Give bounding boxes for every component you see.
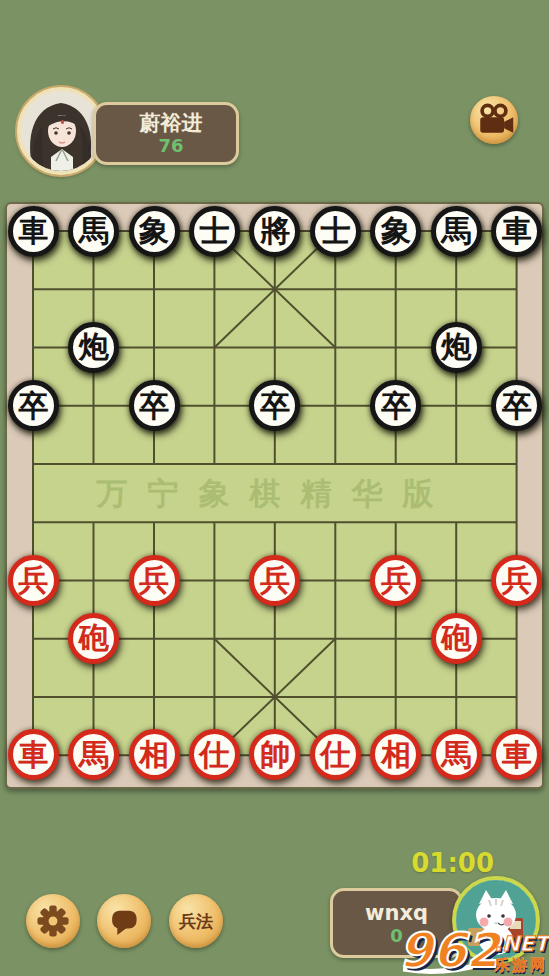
piece-red-c2r10[interactable]: 馬	[68, 729, 119, 780]
move-timer: 01:00	[411, 848, 494, 878]
opponent-avatar[interactable]	[17, 87, 105, 175]
piece-black-c4r1[interactable]: 士	[189, 206, 240, 257]
piece-black-c2r1[interactable]: 馬	[68, 206, 119, 257]
piece-black-c2r3[interactable]: 炮	[68, 322, 119, 373]
piece-black-c9r1[interactable]: 車	[491, 206, 542, 257]
piece-red-c3r10[interactable]: 相	[129, 729, 180, 780]
piece-red-c8r8[interactable]: 砲	[431, 613, 482, 664]
video-camera-icon	[472, 98, 516, 142]
chat-button[interactable]	[97, 894, 151, 948]
piece-red-c2r8[interactable]: 砲	[68, 613, 119, 664]
board-grid[interactable]: 車馬象士將士象馬車炮炮卒卒卒卒卒兵兵兵兵兵砲砲車馬相仕帥仕相馬車	[3, 202, 547, 784]
piece-red-c1r7[interactable]: 兵	[8, 555, 59, 606]
opponent-score: 76	[158, 136, 183, 156]
tactics-label: 兵法	[179, 910, 213, 933]
piece-red-c6r10[interactable]: 仕	[310, 729, 361, 780]
piece-black-c3r1[interactable]: 象	[129, 206, 180, 257]
piece-black-c8r3[interactable]: 炮	[431, 322, 482, 373]
video-button[interactable]	[470, 96, 518, 144]
opponent-plate: 蔚裕进 76	[93, 102, 239, 165]
game-screen: 蔚裕进 76	[0, 0, 549, 976]
tactics-button[interactable]: 兵法	[169, 894, 223, 948]
piece-black-c9r4[interactable]: 卒	[491, 380, 542, 431]
opponent-name: 蔚裕进	[140, 111, 203, 136]
logo-site-name: 乐游网	[494, 956, 548, 975]
piece-black-c7r4[interactable]: 卒	[370, 380, 421, 431]
site-watermark-logo: 962 .NET 乐游网	[397, 918, 549, 976]
piece-red-c3r7[interactable]: 兵	[129, 555, 180, 606]
piece-red-c9r10[interactable]: 車	[491, 729, 542, 780]
gear-icon	[33, 901, 73, 941]
logo-number: 962	[399, 926, 499, 974]
piece-black-c5r1[interactable]: 將	[249, 206, 300, 257]
piece-red-c7r10[interactable]: 相	[370, 729, 421, 780]
logo-net: .NET	[494, 932, 548, 956]
piece-black-c6r1[interactable]: 士	[310, 206, 361, 257]
piece-red-c9r7[interactable]: 兵	[491, 555, 542, 606]
piece-black-c8r1[interactable]: 馬	[431, 206, 482, 257]
settings-button[interactable]	[26, 894, 80, 948]
chat-bubble-icon	[104, 901, 144, 941]
piece-red-c7r7[interactable]: 兵	[370, 555, 421, 606]
piece-red-c1r10[interactable]: 車	[8, 729, 59, 780]
piece-red-c5r10[interactable]: 帥	[249, 729, 300, 780]
piece-black-c1r1[interactable]: 車	[8, 206, 59, 257]
piece-red-c5r7[interactable]: 兵	[249, 555, 300, 606]
piece-red-c4r10[interactable]: 仕	[189, 729, 240, 780]
piece-black-c1r4[interactable]: 卒	[8, 380, 59, 431]
piece-black-c7r1[interactable]: 象	[370, 206, 421, 257]
piece-black-c5r4[interactable]: 卒	[249, 380, 300, 431]
piece-red-c8r10[interactable]: 馬	[431, 729, 482, 780]
piece-black-c3r4[interactable]: 卒	[129, 380, 180, 431]
girl-portrait	[21, 91, 101, 171]
